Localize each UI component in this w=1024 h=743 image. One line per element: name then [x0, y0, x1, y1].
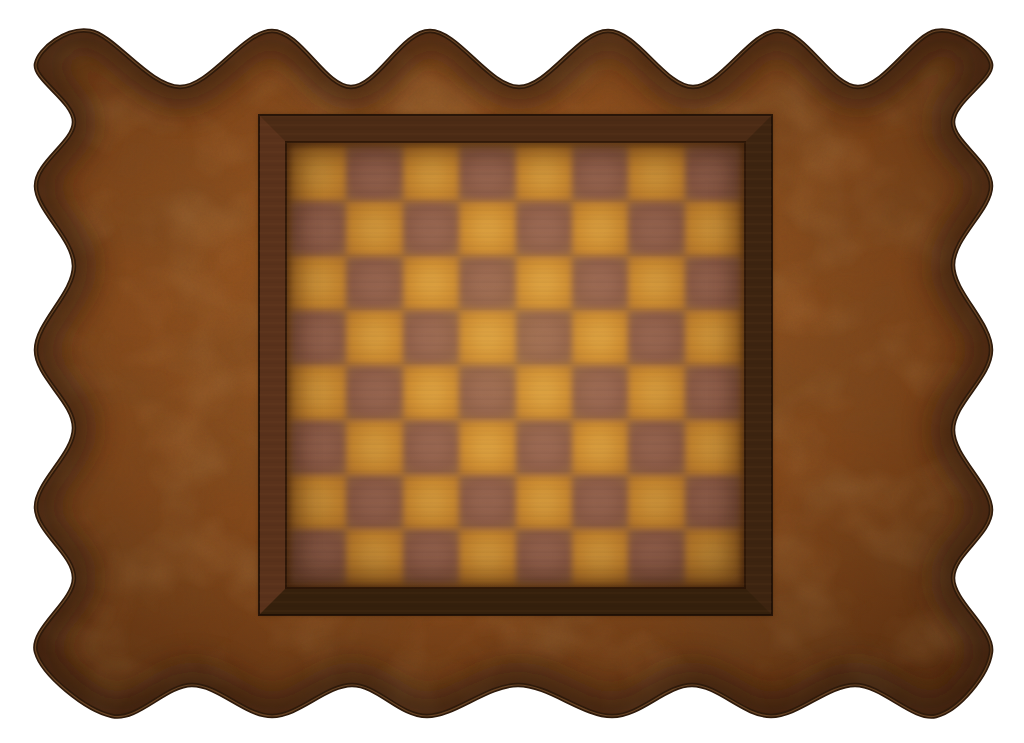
square-e7[interactable]: [516, 201, 572, 256]
square-h6[interactable]: [685, 256, 741, 311]
square-h3[interactable]: [685, 420, 741, 475]
square-g2[interactable]: [628, 475, 684, 530]
square-c2[interactable]: [403, 475, 459, 530]
square-f3[interactable]: [572, 420, 628, 475]
square-c3[interactable]: [403, 420, 459, 475]
square-a1[interactable]: [290, 529, 346, 584]
square-e3[interactable]: [516, 420, 572, 475]
square-g1[interactable]: [628, 529, 684, 584]
square-b7[interactable]: [346, 201, 402, 256]
square-a7[interactable]: [290, 201, 346, 256]
square-f1[interactable]: [572, 529, 628, 584]
square-c8[interactable]: [403, 146, 459, 201]
square-c4[interactable]: [403, 365, 459, 420]
square-a5[interactable]: [290, 310, 346, 365]
square-d6[interactable]: [459, 256, 515, 311]
square-e1[interactable]: [516, 529, 572, 584]
square-f8[interactable]: [572, 146, 628, 201]
square-g7[interactable]: [628, 201, 684, 256]
checkerboard: [285, 141, 746, 589]
square-f4[interactable]: [572, 365, 628, 420]
square-g5[interactable]: [628, 310, 684, 365]
square-e5[interactable]: [516, 310, 572, 365]
square-b2[interactable]: [346, 475, 402, 530]
square-g8[interactable]: [628, 146, 684, 201]
square-a3[interactable]: [290, 420, 346, 475]
square-a8[interactable]: [290, 146, 346, 201]
square-h8[interactable]: [685, 146, 741, 201]
square-b8[interactable]: [346, 146, 402, 201]
square-g6[interactable]: [628, 256, 684, 311]
square-d3[interactable]: [459, 420, 515, 475]
square-h1[interactable]: [685, 529, 741, 584]
square-a2[interactable]: [290, 475, 346, 530]
square-h7[interactable]: [685, 201, 741, 256]
board-frame: [259, 115, 772, 615]
square-d2[interactable]: [459, 475, 515, 530]
square-h2[interactable]: [685, 475, 741, 530]
square-d1[interactable]: [459, 529, 515, 584]
square-b1[interactable]: [346, 529, 402, 584]
square-f2[interactable]: [572, 475, 628, 530]
square-b3[interactable]: [346, 420, 402, 475]
square-f6[interactable]: [572, 256, 628, 311]
square-c5[interactable]: [403, 310, 459, 365]
square-c6[interactable]: [403, 256, 459, 311]
square-d8[interactable]: [459, 146, 515, 201]
square-g4[interactable]: [628, 365, 684, 420]
square-e4[interactable]: [516, 365, 572, 420]
square-a4[interactable]: [290, 365, 346, 420]
square-d4[interactable]: [459, 365, 515, 420]
square-g3[interactable]: [628, 420, 684, 475]
square-c7[interactable]: [403, 201, 459, 256]
square-a6[interactable]: [290, 256, 346, 311]
square-b5[interactable]: [346, 310, 402, 365]
square-e2[interactable]: [516, 475, 572, 530]
square-b4[interactable]: [346, 365, 402, 420]
square-h4[interactable]: [685, 365, 741, 420]
square-e8[interactable]: [516, 146, 572, 201]
square-d5[interactable]: [459, 310, 515, 365]
board-grid: [290, 146, 741, 584]
square-f5[interactable]: [572, 310, 628, 365]
square-b6[interactable]: [346, 256, 402, 311]
square-d7[interactable]: [459, 201, 515, 256]
game-table: [0, 0, 1024, 743]
square-e6[interactable]: [516, 256, 572, 311]
square-c1[interactable]: [403, 529, 459, 584]
square-h5[interactable]: [685, 310, 741, 365]
square-f7[interactable]: [572, 201, 628, 256]
